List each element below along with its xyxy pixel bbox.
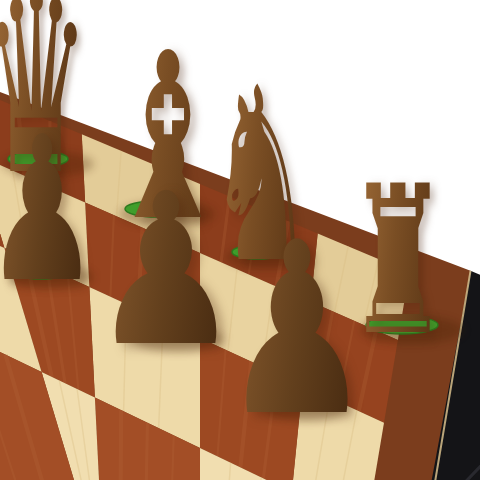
piece-pawn-b6[interactable]: ♟: [221, 211, 372, 449]
piece-pawn-c6[interactable]: ♟: [91, 166, 242, 376]
pieces-layer: ♜♞♝♛♟♟♟: [0, 0, 480, 480]
piece-pawn-d6[interactable]: ♟: [0, 110, 99, 310]
chess-set-photo: ♜♞♝♛♟♟♟: [0, 0, 480, 480]
